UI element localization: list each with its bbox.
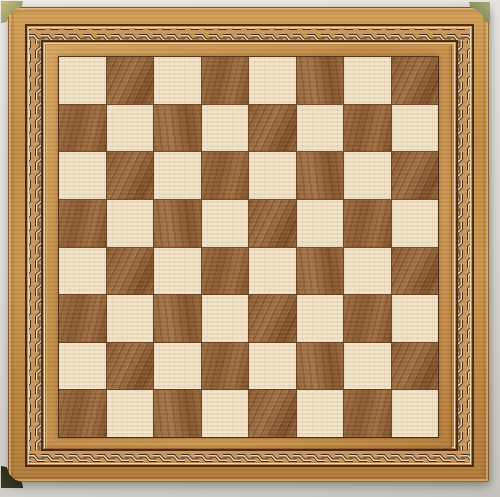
- square-a6[interactable]: [59, 152, 106, 199]
- square-g2[interactable]: [344, 343, 391, 390]
- square-c2[interactable]: [154, 343, 201, 390]
- square-f6[interactable]: [297, 152, 344, 199]
- square-f7[interactable]: [297, 105, 344, 152]
- square-a8[interactable]: [59, 57, 106, 104]
- square-d3[interactable]: [202, 295, 249, 342]
- square-f8[interactable]: [297, 57, 344, 104]
- square-d6[interactable]: [202, 152, 249, 199]
- square-f2[interactable]: [297, 343, 344, 390]
- square-b1[interactable]: [107, 390, 154, 437]
- square-a5[interactable]: [59, 200, 106, 247]
- chessboard: [8, 7, 489, 482]
- square-b6[interactable]: [107, 152, 154, 199]
- square-d4[interactable]: [202, 248, 249, 295]
- square-h6[interactable]: [392, 152, 439, 199]
- square-e6[interactable]: [249, 152, 296, 199]
- square-h7[interactable]: [392, 105, 439, 152]
- square-g4[interactable]: [344, 248, 391, 295]
- square-c6[interactable]: [154, 152, 201, 199]
- square-h2[interactable]: [392, 343, 439, 390]
- square-d1[interactable]: [202, 390, 249, 437]
- square-f5[interactable]: [297, 200, 344, 247]
- square-d8[interactable]: [202, 57, 249, 104]
- square-a3[interactable]: [59, 295, 106, 342]
- square-a1[interactable]: [59, 390, 106, 437]
- square-c5[interactable]: [154, 200, 201, 247]
- square-b3[interactable]: [107, 295, 154, 342]
- square-e5[interactable]: [249, 200, 296, 247]
- square-h8[interactable]: [392, 57, 439, 104]
- square-e4[interactable]: [249, 248, 296, 295]
- square-e8[interactable]: [249, 57, 296, 104]
- square-c1[interactable]: [154, 390, 201, 437]
- square-g5[interactable]: [344, 200, 391, 247]
- square-b7[interactable]: [107, 105, 154, 152]
- square-c7[interactable]: [154, 105, 201, 152]
- square-c8[interactable]: [154, 57, 201, 104]
- square-a2[interactable]: [59, 343, 106, 390]
- square-h4[interactable]: [392, 248, 439, 295]
- square-a7[interactable]: [59, 105, 106, 152]
- square-h3[interactable]: [392, 295, 439, 342]
- square-g6[interactable]: [344, 152, 391, 199]
- playing-area: [58, 56, 439, 438]
- square-d7[interactable]: [202, 105, 249, 152]
- square-f1[interactable]: [297, 390, 344, 437]
- square-a4[interactable]: [59, 248, 106, 295]
- square-e2[interactable]: [249, 343, 296, 390]
- square-g8[interactable]: [344, 57, 391, 104]
- square-d5[interactable]: [202, 200, 249, 247]
- square-g7[interactable]: [344, 105, 391, 152]
- square-b4[interactable]: [107, 248, 154, 295]
- square-g1[interactable]: [344, 390, 391, 437]
- square-b2[interactable]: [107, 343, 154, 390]
- square-h1[interactable]: [392, 390, 439, 437]
- square-h5[interactable]: [392, 200, 439, 247]
- square-c4[interactable]: [154, 248, 201, 295]
- square-f3[interactable]: [297, 295, 344, 342]
- square-g3[interactable]: [344, 295, 391, 342]
- square-e3[interactable]: [249, 295, 296, 342]
- square-f4[interactable]: [297, 248, 344, 295]
- photo-background: [0, 0, 500, 497]
- square-e1[interactable]: [249, 390, 296, 437]
- square-c3[interactable]: [154, 295, 201, 342]
- square-b5[interactable]: [107, 200, 154, 247]
- square-b8[interactable]: [107, 57, 154, 104]
- square-d2[interactable]: [202, 343, 249, 390]
- square-e7[interactable]: [249, 105, 296, 152]
